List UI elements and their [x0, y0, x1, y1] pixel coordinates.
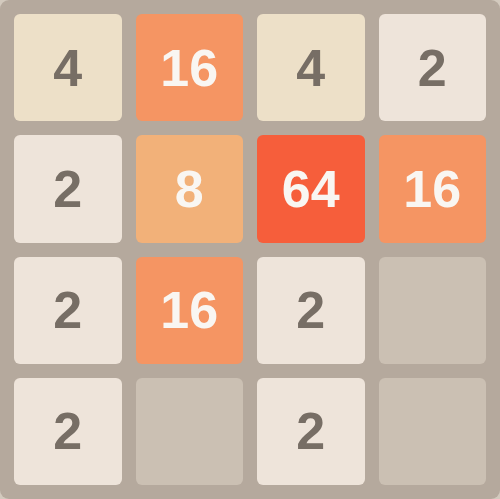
tile-16-r2c4: 16	[379, 135, 487, 242]
empty-cell-r4c4	[379, 378, 487, 485]
empty-cell-r4c2	[136, 378, 244, 485]
tile-64-r2c3: 64	[257, 135, 365, 242]
game-board-2048[interactable]: 41642286416216222	[0, 0, 500, 499]
tile-2-r4c3: 2	[257, 378, 365, 485]
tile-2-r3c3: 2	[257, 257, 365, 364]
tile-2-r3c1: 2	[14, 257, 122, 364]
tile-4-r1c3: 4	[257, 14, 365, 121]
tile-16-r1c2: 16	[136, 14, 244, 121]
empty-cell-r3c4	[379, 257, 487, 364]
tile-16-r3c2: 16	[136, 257, 244, 364]
tile-2-r4c1: 2	[14, 378, 122, 485]
tile-2-r1c4: 2	[379, 14, 487, 121]
tile-2-r2c1: 2	[14, 135, 122, 242]
tile-4-r1c1: 4	[14, 14, 122, 121]
tile-8-r2c2: 8	[136, 135, 244, 242]
